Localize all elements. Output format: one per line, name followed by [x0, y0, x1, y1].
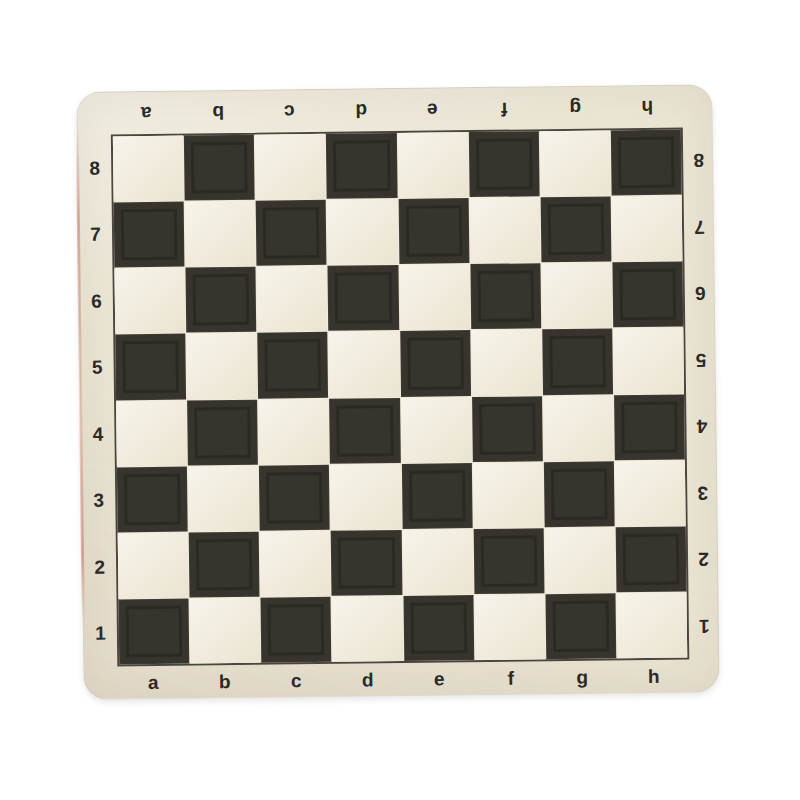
square-h7[interactable] — [612, 196, 683, 262]
board-grid — [111, 128, 689, 667]
square-c1[interactable] — [261, 597, 332, 663]
square-e1[interactable] — [403, 595, 474, 661]
file-label-top-g: g — [539, 91, 611, 125]
square-h4[interactable] — [614, 394, 685, 460]
square-e6[interactable] — [399, 264, 470, 330]
rank-label-left-1: 1 — [85, 600, 117, 667]
square-c7[interactable] — [256, 200, 327, 266]
square-b6[interactable] — [186, 267, 257, 333]
square-d3[interactable] — [330, 464, 401, 530]
rank-label-left-3: 3 — [83, 467, 115, 534]
file-label-bottom-f: f — [475, 662, 547, 693]
square-d5[interactable] — [329, 331, 400, 397]
rank-label-left-8: 8 — [79, 135, 111, 202]
square-a7[interactable] — [114, 202, 185, 268]
file-label-bottom-b: b — [189, 666, 261, 697]
chessboard-mat: abcdefgh abcdefgh 87654321 87654321 — [76, 84, 719, 700]
square-f5[interactable] — [471, 330, 542, 396]
square-d8[interactable] — [326, 133, 397, 199]
file-label-bottom-e: e — [403, 663, 475, 694]
rank-label-left-4: 4 — [82, 400, 114, 467]
square-e3[interactable] — [401, 463, 472, 529]
square-g5[interactable] — [542, 329, 613, 395]
square-c2[interactable] — [260, 531, 331, 597]
file-label-bottom-h: h — [618, 660, 690, 691]
square-g1[interactable] — [545, 593, 616, 659]
square-e4[interactable] — [401, 397, 472, 463]
square-a5[interactable] — [115, 334, 186, 400]
rank-label-right-7: 7 — [685, 194, 715, 261]
file-label-top-h: h — [611, 91, 683, 125]
product-photo-background: abcdefgh abcdefgh 87654321 87654321 — [0, 0, 800, 800]
square-d1[interactable] — [332, 596, 403, 662]
square-c6[interactable] — [257, 266, 328, 332]
rank-label-left-5: 5 — [81, 334, 113, 401]
square-b7[interactable] — [185, 201, 256, 267]
square-d2[interactable] — [331, 530, 402, 596]
square-g7[interactable] — [540, 197, 611, 263]
square-b8[interactable] — [184, 135, 255, 201]
rank-label-left-2: 2 — [84, 533, 116, 600]
rank-label-right-8: 8 — [684, 127, 714, 194]
square-g3[interactable] — [544, 461, 615, 527]
coords-top: abcdefgh — [110, 91, 682, 131]
square-h8[interactable] — [611, 130, 682, 196]
square-b5[interactable] — [186, 333, 257, 399]
file-label-top-c: c — [253, 95, 325, 129]
square-c8[interactable] — [255, 134, 326, 200]
rank-label-right-2: 2 — [689, 526, 719, 593]
file-label-bottom-d: d — [332, 664, 404, 695]
square-f1[interactable] — [474, 594, 545, 660]
square-f6[interactable] — [470, 264, 541, 330]
square-e2[interactable] — [402, 529, 473, 595]
square-a2[interactable] — [118, 532, 189, 598]
square-b1[interactable] — [190, 598, 261, 664]
square-d7[interactable] — [327, 199, 398, 265]
square-e7[interactable] — [398, 198, 469, 264]
square-a1[interactable] — [119, 598, 190, 664]
square-f4[interactable] — [472, 396, 543, 462]
square-d4[interactable] — [329, 397, 400, 463]
file-label-bottom-a: a — [117, 667, 189, 698]
file-label-bottom-g: g — [546, 661, 618, 692]
square-f2[interactable] — [473, 528, 544, 594]
square-a6[interactable] — [114, 268, 185, 334]
square-h3[interactable] — [615, 460, 686, 526]
square-a4[interactable] — [116, 400, 187, 466]
coords-bottom: abcdefgh — [117, 660, 689, 697]
square-h6[interactable] — [612, 262, 683, 328]
square-h5[interactable] — [613, 328, 684, 394]
rank-label-left-7: 7 — [80, 201, 112, 268]
rank-label-right-1: 1 — [689, 593, 719, 660]
square-b2[interactable] — [189, 531, 260, 597]
rank-label-right-5: 5 — [686, 327, 716, 394]
file-label-top-d: d — [325, 94, 397, 128]
square-g4[interactable] — [543, 395, 614, 461]
file-label-top-f: f — [468, 92, 540, 126]
file-label-top-b: b — [182, 96, 254, 130]
square-a3[interactable] — [117, 466, 188, 532]
square-e8[interactable] — [397, 132, 468, 198]
file-label-top-a: a — [110, 97, 182, 131]
square-g2[interactable] — [544, 527, 615, 593]
coords-left: 87654321 — [79, 135, 116, 667]
rank-label-right-4: 4 — [687, 393, 717, 460]
rank-label-left-6: 6 — [80, 267, 112, 334]
square-c5[interactable] — [258, 332, 329, 398]
square-g8[interactable] — [540, 130, 611, 196]
square-f3[interactable] — [472, 462, 543, 528]
file-label-bottom-c: c — [260, 665, 332, 696]
square-a8[interactable] — [113, 136, 184, 202]
square-d6[interactable] — [328, 265, 399, 331]
square-h2[interactable] — [616, 526, 687, 592]
square-c3[interactable] — [259, 464, 330, 530]
rank-label-right-6: 6 — [685, 260, 715, 327]
file-label-top-e: e — [396, 93, 468, 127]
square-e5[interactable] — [400, 330, 471, 396]
square-f8[interactable] — [468, 131, 539, 197]
square-f7[interactable] — [469, 197, 540, 263]
square-g6[interactable] — [541, 263, 612, 329]
square-h1[interactable] — [616, 592, 687, 658]
square-b3[interactable] — [188, 465, 259, 531]
square-b4[interactable] — [187, 399, 258, 465]
rank-label-right-3: 3 — [688, 460, 718, 527]
coords-right: 87654321 — [684, 127, 719, 659]
square-c4[interactable] — [258, 398, 329, 464]
